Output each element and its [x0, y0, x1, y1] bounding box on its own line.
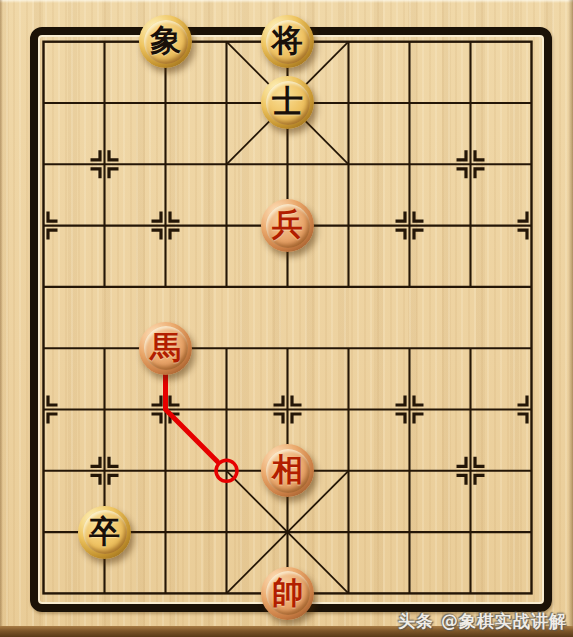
piece-glyph: 相	[272, 454, 303, 485]
piece-black-elephant[interactable]: 象	[139, 15, 192, 68]
piece-red-general[interactable]: 帥	[261, 567, 314, 620]
board-edge-right	[568, 0, 573, 637]
piece-red-horse[interactable]: 馬	[139, 322, 192, 375]
piece-glyph: 帥	[272, 577, 303, 608]
pieces-layer: 象将士兵馬相卒帥	[13, 11, 562, 624]
xiangqi-board: 象将士兵馬相卒帥 头条 @象棋实战讲解	[0, 0, 573, 637]
board-edge-top	[0, 0, 573, 3]
piece-glyph: 象	[150, 25, 181, 56]
piece-red-elephant[interactable]: 相	[261, 444, 314, 497]
piece-black-advisor[interactable]: 士	[261, 76, 314, 129]
piece-glyph: 兵	[272, 209, 303, 240]
piece-black-soldier[interactable]: 卒	[78, 506, 131, 559]
piece-glyph: 士	[272, 86, 303, 117]
piece-glyph: 馬	[150, 332, 181, 363]
piece-glyph: 将	[272, 25, 303, 56]
piece-glyph: 卒	[89, 516, 120, 547]
watermark-text: 头条 @象棋实战讲解	[398, 610, 567, 633]
piece-black-general[interactable]: 将	[261, 15, 314, 68]
board-edge-left	[0, 0, 3, 637]
piece-red-soldier[interactable]: 兵	[261, 199, 314, 252]
